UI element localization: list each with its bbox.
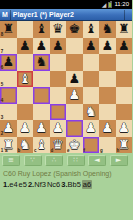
square-g6[interactable]	[99, 54, 116, 71]
move-e4[interactable]: e4	[9, 180, 17, 189]
square-a1[interactable]: ♜1a	[0, 137, 17, 154]
square-c8[interactable]: ♝	[33, 21, 50, 38]
square-b3[interactable]	[17, 104, 34, 121]
square-c6[interactable]: ♞	[33, 54, 50, 71]
rank-label-4: 4	[1, 98, 4, 103]
file-label-h: h	[117, 148, 120, 153]
rank-label-6: 6	[1, 65, 4, 70]
file-label-b: b	[18, 148, 21, 153]
square-g7[interactable]: ♟	[99, 38, 116, 55]
piece-black-pawn: ♟	[17, 38, 34, 55]
rank-label-2: 2	[1, 131, 4, 136]
engine-button[interactable]: ∷	[67, 155, 85, 166]
square-f4[interactable]	[83, 87, 100, 104]
battery-icon	[108, 2, 112, 8]
square-e2[interactable]	[66, 120, 83, 137]
move-e5[interactable]: e5	[19, 180, 27, 189]
square-g4[interactable]	[99, 87, 116, 104]
square-g5[interactable]	[99, 71, 116, 88]
piece-white-bishop: ♝	[33, 137, 50, 154]
piece-black-pawn: ♟	[116, 38, 133, 55]
file-label-c: c	[34, 148, 37, 153]
square-h2[interactable]: ♟	[116, 120, 133, 137]
square-e5[interactable]: ♟	[66, 71, 83, 88]
piece-black-pawn: ♟	[99, 38, 116, 55]
piece-white-pawn: ♟	[17, 120, 34, 137]
square-b4[interactable]	[17, 87, 34, 104]
square-d7[interactable]: ♟	[50, 38, 67, 55]
opening-name-label: C60 Ruy Lopez (Spanish Opening)	[3, 170, 130, 178]
control-panel: ≡∵∴∷◄► C60 Ruy Lopez (Spanish Opening) 1…	[0, 153, 132, 189]
file-label-d: d	[51, 148, 54, 153]
square-d4[interactable]	[50, 87, 67, 104]
piece-black-rook: ♜	[0, 21, 17, 38]
square-c2[interactable]: ♟	[33, 120, 50, 137]
square-a4[interactable]: 4	[0, 87, 17, 104]
piece-black-bishop: ♝	[83, 21, 100, 38]
piece-black-king: ♚	[66, 21, 83, 38]
square-h3[interactable]	[116, 104, 133, 121]
piece-white-pawn: ♟	[99, 120, 116, 137]
file-label-f: f	[84, 148, 86, 153]
chess-board[interactable]: ♜8♝♛♚♝♞♜7♟♟♟♟♟♟♟6♞5♝♟4♟3♞♟2♟♟♟♟♟♟♜1a♞b♝c…	[0, 21, 132, 153]
square-e8[interactable]: ♚	[66, 21, 83, 38]
square-g3[interactable]	[99, 104, 116, 121]
menu-button[interactable]: ≡	[2, 155, 20, 166]
piece-white-king: ♚	[66, 137, 83, 154]
square-e1[interactable]: ♚e	[66, 137, 83, 154]
title-bar: M Player1 (*) Player2	[0, 9, 132, 21]
move-Bb5[interactable]: Bb5	[68, 180, 81, 189]
square-e3[interactable]	[66, 104, 83, 121]
move-number: 3.	[61, 180, 67, 189]
piece-white-queen: ♛	[50, 137, 67, 154]
square-b8[interactable]	[17, 21, 34, 38]
piece-white-pawn: ♟	[50, 120, 67, 137]
piece-white-pawn: ♟	[116, 120, 133, 137]
file-label-e: e	[67, 148, 70, 153]
square-d2[interactable]: ♟	[50, 120, 67, 137]
piece-black-rook: ♜	[116, 21, 133, 38]
square-a5[interactable]: 5	[0, 71, 17, 88]
square-h7[interactable]: ♟	[116, 38, 133, 55]
rank-label-3: 3	[1, 115, 4, 120]
rank-label-7: 7	[1, 49, 4, 54]
square-b2[interactable]: ♟	[17, 120, 34, 137]
titlebar-separator-right	[124, 10, 125, 20]
square-b1[interactable]: ♞b	[17, 137, 34, 154]
next-move-button[interactable]: ►	[110, 155, 128, 166]
square-e7[interactable]	[66, 38, 83, 55]
piece-white-rook: ♜	[116, 137, 133, 154]
square-d8[interactable]: ♛	[50, 21, 67, 38]
square-a6[interactable]: ♟6	[0, 54, 17, 71]
prev-move-button[interactable]: ◄	[88, 155, 106, 166]
signal-icon: ◢	[102, 2, 107, 8]
file-label-g: g	[100, 148, 103, 153]
square-c5[interactable]	[33, 71, 50, 88]
piece-white-pawn: ♟	[66, 87, 83, 104]
square-f8[interactable]: ♝	[83, 21, 100, 38]
square-d5[interactable]	[50, 71, 67, 88]
square-d3[interactable]	[50, 104, 67, 121]
piece-white-knight: ♞	[17, 137, 34, 154]
square-a3[interactable]: 3	[0, 104, 17, 121]
piece-white-pawn: ♟	[83, 120, 100, 137]
player-names-title: Player1 (*) Player2	[11, 11, 74, 18]
square-c3[interactable]	[33, 104, 50, 121]
rank-label-8: 8	[1, 32, 4, 37]
piece-black-knight: ♞	[99, 21, 116, 38]
status-bar: ◢ 11:20	[0, 0, 132, 9]
square-f7[interactable]: ♟	[83, 38, 100, 55]
square-d6[interactable]	[50, 54, 67, 71]
file-label-a: a	[5, 148, 8, 153]
piece-black-pawn: ♟	[0, 54, 17, 71]
square-a8[interactable]: ♜8	[0, 21, 17, 38]
status-time: 11:20	[114, 0, 129, 9]
square-f2[interactable]: ♟	[83, 120, 100, 137]
rank-label-1: 1	[1, 148, 4, 153]
piece-black-bishop: ♝	[33, 21, 50, 38]
square-d1[interactable]: ♛d	[50, 137, 67, 154]
piece-black-pawn: ♟	[83, 38, 100, 55]
square-h1[interactable]: ♜h	[116, 137, 133, 154]
square-a2[interactable]: ♟2	[0, 120, 17, 137]
move-Nf3[interactable]: Nf3	[34, 180, 46, 189]
square-f5[interactable]	[83, 71, 100, 88]
square-b7[interactable]: ♟	[17, 38, 34, 55]
square-f1[interactable]: f	[83, 137, 100, 154]
piece-white-pawn: ♟	[33, 120, 50, 137]
square-f3[interactable]: ♞	[83, 104, 100, 121]
move-Nc6[interactable]: Nc6	[47, 180, 60, 189]
square-a7[interactable]: 7	[0, 38, 17, 55]
square-f6[interactable]	[83, 54, 100, 71]
square-g2[interactable]: ♟	[99, 120, 116, 137]
piece-white-bishop: ♝	[17, 71, 34, 88]
square-b6[interactable]	[17, 54, 34, 71]
square-h5[interactable]	[116, 71, 133, 88]
square-g8[interactable]: ♞	[99, 21, 116, 38]
move-a6[interactable]: a6	[82, 180, 92, 189]
square-b5[interactable]: ♝	[17, 71, 34, 88]
square-h6[interactable]	[116, 54, 133, 71]
piece-white-pawn: ♟	[0, 120, 17, 137]
move-list[interactable]: 1.e4e52.Nf3Nc63.Bb5a6	[3, 180, 130, 189]
square-c7[interactable]: ♟	[33, 38, 50, 55]
rank-label-5: 5	[1, 82, 4, 87]
square-h8[interactable]: ♜	[116, 21, 133, 38]
square-e6[interactable]	[66, 54, 83, 71]
square-g1[interactable]: g	[99, 137, 116, 154]
square-h4[interactable]	[116, 87, 133, 104]
piece-white-knight: ♞	[83, 104, 100, 121]
piece-black-queen: ♛	[50, 21, 67, 38]
piece-black-knight: ♞	[33, 54, 50, 71]
piece-black-pawn: ♟	[33, 38, 50, 55]
mode-button[interactable]: ∵	[24, 155, 42, 166]
square-e4[interactable]: ♟	[66, 87, 83, 104]
piece-black-pawn: ♟	[66, 71, 83, 88]
undo-button[interactable]: ∴	[45, 155, 63, 166]
piece-black-pawn: ♟	[50, 38, 67, 55]
piece-white-rook: ♜	[0, 137, 17, 154]
app-menu-badge[interactable]: M	[0, 11, 10, 18]
square-c4[interactable]	[33, 87, 50, 104]
toolbar: ≡∵∴∷◄►	[2, 155, 130, 166]
square-c1[interactable]: ♝c	[33, 137, 50, 154]
